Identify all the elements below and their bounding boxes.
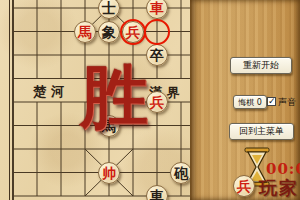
undo-button[interactable]: 悔棋 0	[233, 95, 267, 109]
sound-checkbox[interactable]: ✓	[267, 97, 276, 106]
piece-black-4-6[interactable]: 馬	[98, 115, 120, 137]
player-label: 玩家	[259, 176, 299, 200]
player-side-piece-icon: 兵	[233, 175, 255, 197]
main-menu-button[interactable]: 回到主菜单	[229, 123, 294, 140]
piece-black-7-8[interactable]: 砲	[170, 162, 190, 184]
piece-red-4-8[interactable]: 帅	[98, 162, 120, 184]
control-panel: 重新开始 悔棋 0 ✓ 声音 回到主菜单 00:00 兵 玩家	[190, 0, 300, 200]
restart-button[interactable]: 重新开始	[230, 57, 292, 74]
last-move-marker	[120, 19, 146, 45]
piece-red-6-5[interactable]: 兵	[146, 91, 168, 113]
sound-checkbox-label: 声音	[278, 96, 296, 109]
piece-black-6-9[interactable]: 車	[146, 185, 168, 200]
piece-red-3-2[interactable]: 馬	[74, 21, 96, 43]
xiangqi-board[interactable]: 楚河 漢界 士車馬象兵卒兵馬帅砲車 胜	[0, 0, 190, 200]
river-label-left: 楚河	[33, 83, 69, 101]
last-move-marker	[144, 19, 170, 45]
piece-black-6-3[interactable]: 卒	[146, 44, 168, 66]
piece-black-4-2[interactable]: 象	[98, 21, 120, 43]
xiangqi-game-window: 楚河 漢界 士車馬象兵卒兵馬帅砲車 胜 重新开始 悔棋 0 ✓ 声音 回到主菜单…	[0, 0, 300, 200]
